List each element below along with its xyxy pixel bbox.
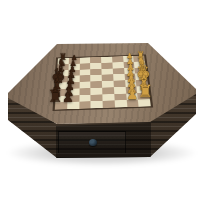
chess-set-photo: ♜♟♟♜♞♟♟♞♝♟♟♝♛♟♟♛♚♟♟♚♝♟♟♝♞♟♟♞♜♟♟♜ — [0, 0, 200, 200]
chessboard — [52, 54, 153, 111]
board-square — [114, 100, 126, 107]
board-square — [91, 101, 103, 108]
board-square — [138, 99, 151, 106]
board-square — [126, 100, 139, 107]
board-square — [79, 101, 91, 108]
drawer-knob — [89, 139, 97, 146]
board-square — [55, 102, 67, 109]
board-square — [103, 101, 115, 108]
drawer — [58, 131, 126, 153]
board-square — [67, 102, 79, 109]
